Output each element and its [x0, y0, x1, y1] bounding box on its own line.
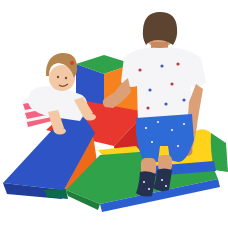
boy-shirt-print-dot	[182, 98, 185, 101]
boy-shorts-print-dot	[171, 129, 173, 131]
boy-shirt-print-dot	[170, 82, 173, 85]
boy-shirt-print-dot	[164, 102, 167, 105]
boy-shorts-print-dot	[151, 141, 153, 143]
girl-eye	[57, 76, 59, 78]
boy-shorts-print-dot	[177, 145, 179, 147]
soft-play-scene	[0, 0, 228, 228]
girl-eye	[65, 77, 67, 79]
boy-sock-print-dot	[161, 179, 163, 181]
boy-hair	[143, 12, 177, 45]
girl-right-hand	[84, 114, 96, 121]
girl-hair-clip	[70, 61, 74, 65]
product-photo	[0, 0, 228, 228]
boy-sock-print-dot	[143, 181, 145, 183]
boy-sock-print-dot	[148, 188, 150, 190]
boy-shorts-print-dot	[145, 127, 147, 129]
boy-shirt-print-dot	[176, 62, 179, 65]
boy-shorts-print-dot	[157, 121, 159, 123]
boy-shirt-print-dot	[160, 64, 163, 67]
girl-left-hand	[54, 128, 66, 135]
boy-shorts-print-dot	[183, 123, 185, 125]
boy-shirt-print-dot	[148, 88, 151, 91]
boy-sock-print-dot	[165, 185, 167, 187]
boy-shirt-print-dot	[146, 106, 149, 109]
boy-shirt-print-dot	[138, 68, 141, 71]
